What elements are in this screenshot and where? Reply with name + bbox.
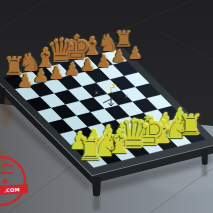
piece-bronze-pawn[interactable]: ♟ xyxy=(127,46,142,62)
piece-bronze-pawn[interactable]: ♟ xyxy=(17,72,33,90)
pieces-layer: ♜♞♝♟♚♟♛♟♝♟♞♟♜♟♟♟♟♟♟♟♜♟♞♟♝♟♚♟♛♝♞♜ xyxy=(0,0,213,213)
piece-bronze-pawn[interactable]: ♟ xyxy=(48,65,64,83)
piece-gold-rook[interactable]: ♜ xyxy=(77,134,105,165)
watermark-text: .COM xyxy=(4,186,20,193)
viewport-canvas[interactable]: Z x y ♜♞♝♚♛♝♞♜ ♜♞♝♟♚♟♛♟♝♟♞♟♜♟♟♟♟♟♟♟♜♟♞♟♝… xyxy=(0,0,213,213)
watermark-text-band: .COM xyxy=(0,184,28,195)
piece-bronze-pawn[interactable]: ♟ xyxy=(32,68,48,86)
piece-bronze-pawn[interactable]: ♟ xyxy=(96,53,111,70)
piece-bronze-pawn[interactable]: ♟ xyxy=(64,61,80,78)
piece-bronze-pawn[interactable]: ♟ xyxy=(111,50,126,67)
piece-bronze-pawn[interactable]: ♟ xyxy=(80,57,95,74)
